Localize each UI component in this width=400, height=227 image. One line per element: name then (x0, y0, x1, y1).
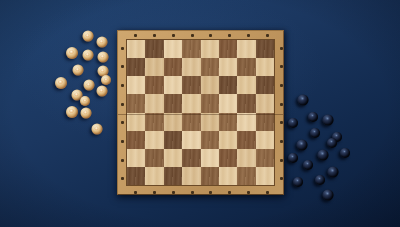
square-h7 (256, 58, 274, 76)
frame-dot-bottom (247, 191, 250, 194)
square-h6 (256, 76, 274, 94)
square-d2 (182, 149, 200, 167)
black-chess-piece (340, 148, 350, 158)
square-a3 (127, 131, 145, 149)
white-chess-piece (66, 47, 78, 59)
frame-dot-left (121, 84, 124, 87)
square-a4 (127, 113, 145, 131)
square-g4 (237, 113, 255, 131)
frame-dot-right (280, 65, 283, 68)
white-chess-piece (73, 65, 84, 76)
square-b1 (145, 167, 163, 185)
square-f4 (219, 113, 237, 131)
black-chess-piece (310, 128, 320, 138)
white-chess-piece (92, 124, 103, 135)
square-e3 (201, 131, 219, 149)
white-chess-piece (97, 86, 108, 97)
white-chess-piece (66, 106, 78, 118)
frame-dot-bottom (134, 191, 137, 194)
square-e5 (201, 94, 219, 112)
white-chess-piece (101, 75, 111, 85)
frame-dot-top (134, 34, 137, 37)
square-g7 (237, 58, 255, 76)
frame-dot-right (280, 103, 283, 106)
frame-dot-top (209, 34, 212, 37)
frame-dot-right (280, 140, 283, 143)
black-chess-piece (293, 177, 303, 187)
square-a8 (127, 40, 145, 58)
square-d8 (182, 40, 200, 58)
square-f1 (219, 167, 237, 185)
square-d7 (182, 58, 200, 76)
frame-dot-bottom (209, 191, 212, 194)
frame-dot-bottom (191, 191, 194, 194)
square-e8 (201, 40, 219, 58)
frame-dot-left (121, 177, 124, 180)
square-f8 (219, 40, 237, 58)
square-d4 (182, 113, 200, 131)
frame-dot-left (121, 159, 124, 162)
black-chess-piece (298, 95, 309, 106)
black-chess-piece (308, 112, 318, 122)
square-a1 (127, 167, 145, 185)
frame-dot-right (280, 121, 283, 124)
frame-dot-top (247, 34, 250, 37)
frame-dot-right (280, 84, 283, 87)
square-g1 (237, 167, 255, 185)
square-g6 (237, 76, 255, 94)
square-b7 (145, 58, 163, 76)
square-c6 (164, 76, 182, 94)
square-g3 (237, 131, 255, 149)
square-e4 (201, 113, 219, 131)
square-a6 (127, 76, 145, 94)
square-e6 (201, 76, 219, 94)
frame-dot-top (228, 34, 231, 37)
frame-dot-top (191, 34, 194, 37)
black-chess-piece (318, 150, 329, 161)
square-h2 (256, 149, 274, 167)
black-chess-piece (315, 175, 325, 185)
square-e1 (201, 167, 219, 185)
square-b6 (145, 76, 163, 94)
square-c1 (164, 167, 182, 185)
square-f5 (219, 94, 237, 112)
square-g5 (237, 94, 255, 112)
white-chess-piece (97, 37, 108, 48)
white-chess-piece (55, 77, 67, 89)
black-chess-piece (327, 138, 337, 148)
frame-dot-right (280, 177, 283, 180)
square-h8 (256, 40, 274, 58)
white-chess-piece (83, 50, 94, 61)
frame-dot-left (121, 140, 124, 143)
frame-dot-left (121, 121, 124, 124)
frame-dot-top (172, 34, 175, 37)
square-a5 (127, 94, 145, 112)
white-chess-piece (84, 80, 95, 91)
chessboard (117, 30, 284, 195)
square-e7 (201, 58, 219, 76)
square-h4 (256, 113, 274, 131)
frame-dot-left (121, 103, 124, 106)
square-f3 (219, 131, 237, 149)
black-chess-piece (323, 115, 334, 126)
square-d1 (182, 167, 200, 185)
board-grid (126, 39, 275, 186)
square-g8 (237, 40, 255, 58)
square-b4 (145, 113, 163, 131)
square-b5 (145, 94, 163, 112)
square-a7 (127, 58, 145, 76)
square-g2 (237, 149, 255, 167)
square-b2 (145, 149, 163, 167)
square-b8 (145, 40, 163, 58)
frame-dot-bottom (266, 191, 269, 194)
square-c3 (164, 131, 182, 149)
frame-dot-left (121, 47, 124, 50)
square-c7 (164, 58, 182, 76)
white-chess-piece (83, 31, 94, 42)
frame-dot-right (280, 47, 283, 50)
square-f2 (219, 149, 237, 167)
square-e2 (201, 149, 219, 167)
square-c5 (164, 94, 182, 112)
photo-scene (0, 0, 400, 227)
square-c4 (164, 113, 182, 131)
square-a2 (127, 149, 145, 167)
white-chess-piece (98, 52, 109, 63)
frame-dot-left (121, 65, 124, 68)
square-h1 (256, 167, 274, 185)
frame-dot-bottom (153, 191, 156, 194)
square-h3 (256, 131, 274, 149)
square-f7 (219, 58, 237, 76)
square-c8 (164, 40, 182, 58)
frame-dot-right (280, 159, 283, 162)
black-chess-piece (328, 167, 339, 178)
square-d5 (182, 94, 200, 112)
white-chess-piece (81, 108, 92, 119)
square-d3 (182, 131, 200, 149)
square-f6 (219, 76, 237, 94)
square-d6 (182, 76, 200, 94)
frame-dot-top (153, 34, 156, 37)
square-b3 (145, 131, 163, 149)
black-chess-piece (297, 140, 308, 151)
black-chess-piece (323, 190, 334, 201)
square-c2 (164, 149, 182, 167)
black-chess-piece (288, 153, 298, 163)
frame-dot-bottom (172, 191, 175, 194)
square-h5 (256, 94, 274, 112)
black-chess-piece (288, 118, 298, 128)
frame-dot-top (266, 34, 269, 37)
black-chess-piece (303, 160, 313, 170)
white-chess-piece (80, 96, 90, 106)
frame-dot-bottom (228, 191, 231, 194)
